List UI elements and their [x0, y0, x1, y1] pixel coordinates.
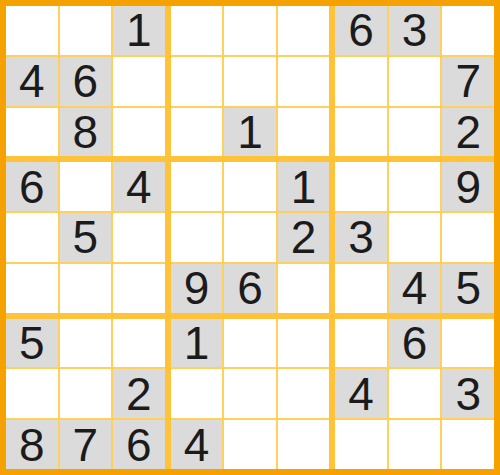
- cell-r9c1[interactable]: 8: [6, 420, 58, 469]
- cell-r2c1[interactable]: 4: [6, 57, 58, 106]
- cell-r4c9[interactable]: 9: [442, 162, 494, 211]
- cell-r5c5[interactable]: [224, 213, 276, 262]
- cell-r1c9[interactable]: [442, 6, 494, 55]
- cell-r8c8[interactable]: [389, 369, 441, 418]
- cell-r6c7[interactable]: [335, 264, 387, 313]
- cell-r4c2[interactable]: [60, 162, 112, 211]
- cell-r2c9[interactable]: 7: [442, 57, 494, 106]
- sudoku-board-frame: 146816372645129693455287614643: [0, 0, 500, 475]
- cell-r3c8[interactable]: [389, 108, 441, 157]
- cell-r6c3[interactable]: [113, 264, 165, 313]
- box-4: 645: [6, 162, 165, 312]
- cell-r4c7[interactable]: [335, 162, 387, 211]
- cell-r9c5[interactable]: [224, 420, 276, 469]
- cell-r4c4[interactable]: [171, 162, 223, 211]
- cell-r7c9[interactable]: [442, 319, 494, 368]
- cell-r5c6[interactable]: 2: [278, 213, 330, 262]
- cell-r1c7[interactable]: 6: [335, 6, 387, 55]
- cell-r3c2[interactable]: 8: [60, 108, 112, 157]
- box-8: 14: [171, 319, 330, 469]
- cell-r5c7[interactable]: 3: [335, 213, 387, 262]
- box-5: 1296: [171, 162, 330, 312]
- cell-r1c2[interactable]: [60, 6, 112, 55]
- cell-r9c2[interactable]: 7: [60, 420, 112, 469]
- cell-r2c5[interactable]: [224, 57, 276, 106]
- cell-r2c7[interactable]: [335, 57, 387, 106]
- cell-r1c8[interactable]: 3: [389, 6, 441, 55]
- cell-r3c6[interactable]: [278, 108, 330, 157]
- cell-r7c1[interactable]: 5: [6, 319, 58, 368]
- box-6: 9345: [335, 162, 494, 312]
- cell-r6c5[interactable]: 6: [224, 264, 276, 313]
- cell-r1c1[interactable]: [6, 6, 58, 55]
- cell-r9c6[interactable]: [278, 420, 330, 469]
- cell-r7c4[interactable]: 1: [171, 319, 223, 368]
- cell-r6c2[interactable]: [60, 264, 112, 313]
- cell-r5c3[interactable]: [113, 213, 165, 262]
- cell-r8c3[interactable]: 2: [113, 369, 165, 418]
- cell-r7c5[interactable]: [224, 319, 276, 368]
- cell-r7c8[interactable]: 6: [389, 319, 441, 368]
- cell-r9c9[interactable]: [442, 420, 494, 469]
- cell-r4c1[interactable]: 6: [6, 162, 58, 211]
- sudoku-grid: 146816372645129693455287614643: [6, 6, 494, 469]
- cell-r6c6[interactable]: [278, 264, 330, 313]
- cell-r8c9[interactable]: 3: [442, 369, 494, 418]
- cell-r8c1[interactable]: [6, 369, 58, 418]
- cell-r9c4[interactable]: 4: [171, 420, 223, 469]
- cell-r8c2[interactable]: [60, 369, 112, 418]
- cell-r1c6[interactable]: [278, 6, 330, 55]
- cell-r3c4[interactable]: [171, 108, 223, 157]
- box-3: 6372: [335, 6, 494, 156]
- cell-r3c3[interactable]: [113, 108, 165, 157]
- cell-r6c4[interactable]: 9: [171, 264, 223, 313]
- cell-r3c5[interactable]: 1: [224, 108, 276, 157]
- box-9: 643: [335, 319, 494, 469]
- cell-r4c3[interactable]: 4: [113, 162, 165, 211]
- cell-r7c7[interactable]: [335, 319, 387, 368]
- cell-r4c6[interactable]: 1: [278, 162, 330, 211]
- cell-r2c3[interactable]: [113, 57, 165, 106]
- cell-r5c8[interactable]: [389, 213, 441, 262]
- cell-r2c2[interactable]: 6: [60, 57, 112, 106]
- cell-r8c5[interactable]: [224, 369, 276, 418]
- cell-r7c6[interactable]: [278, 319, 330, 368]
- cell-r4c5[interactable]: [224, 162, 276, 211]
- cell-r9c8[interactable]: [389, 420, 441, 469]
- cell-r1c4[interactable]: [171, 6, 223, 55]
- cell-r7c2[interactable]: [60, 319, 112, 368]
- cell-r1c3[interactable]: 1: [113, 6, 165, 55]
- cell-r1c5[interactable]: [224, 6, 276, 55]
- cell-r6c9[interactable]: 5: [442, 264, 494, 313]
- cell-r3c9[interactable]: 2: [442, 108, 494, 157]
- cell-r5c4[interactable]: [171, 213, 223, 262]
- cell-r8c7[interactable]: 4: [335, 369, 387, 418]
- cell-r5c2[interactable]: 5: [60, 213, 112, 262]
- cell-r5c9[interactable]: [442, 213, 494, 262]
- cell-r7c3[interactable]: [113, 319, 165, 368]
- cell-r4c8[interactable]: [389, 162, 441, 211]
- cell-r8c4[interactable]: [171, 369, 223, 418]
- cell-r3c7[interactable]: [335, 108, 387, 157]
- box-1: 1468: [6, 6, 165, 156]
- cell-r6c1[interactable]: [6, 264, 58, 313]
- cell-r3c1[interactable]: [6, 108, 58, 157]
- cell-r8c6[interactable]: [278, 369, 330, 418]
- cell-r2c6[interactable]: [278, 57, 330, 106]
- box-7: 52876: [6, 319, 165, 469]
- cell-r5c1[interactable]: [6, 213, 58, 262]
- cell-r6c8[interactable]: 4: [389, 264, 441, 313]
- cell-r2c8[interactable]: [389, 57, 441, 106]
- cell-r9c7[interactable]: [335, 420, 387, 469]
- cell-r2c4[interactable]: [171, 57, 223, 106]
- box-2: 1: [171, 6, 330, 156]
- cell-r9c3[interactable]: 6: [113, 420, 165, 469]
